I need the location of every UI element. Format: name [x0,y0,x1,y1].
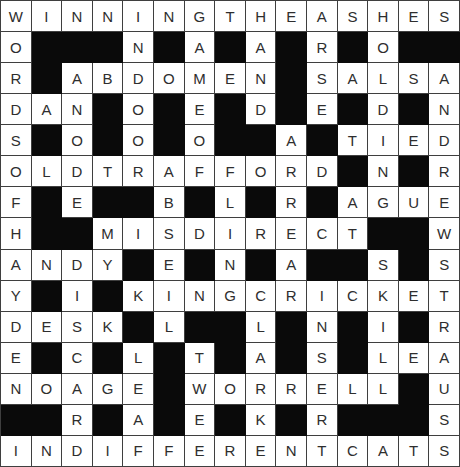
block-cell [338,94,369,125]
block-cell [93,281,124,312]
block-cell [246,187,277,218]
letter-cell[interactable]: A [368,436,399,467]
letter-cell[interactable]: E [429,187,460,218]
letter-cell[interactable]: A [123,405,154,436]
letter-cell[interactable]: D [62,436,93,467]
block-cell [93,187,124,218]
letter-cell[interactable]: N [429,94,460,125]
block-cell [154,374,185,405]
letter-cell[interactable]: D [368,94,399,125]
letter-cell[interactable]: A [62,374,93,405]
letter-cell[interactable]: D [429,125,460,156]
letter-cell[interactable]: F [215,156,246,187]
letter-cell[interactable]: Y [93,250,124,281]
block-cell [123,312,154,343]
letter-cell[interactable]: K [93,312,124,343]
letter-cell[interactable]: U [399,187,430,218]
letter-cell[interactable]: M [185,63,216,94]
letter-cell[interactable]: E [1,343,32,374]
letter-cell[interactable]: T [93,156,124,187]
letter-cell[interactable]: I [154,281,185,312]
letter-cell[interactable]: I [123,1,154,32]
letter-cell[interactable]: D [123,63,154,94]
block-cell [215,94,246,125]
letter-cell[interactable]: T [215,1,246,32]
letter-cell[interactable]: E [399,125,430,156]
letter-cell[interactable]: D [1,312,32,343]
letter-cell[interactable]: A [62,63,93,94]
letter-cell[interactable]: E [399,281,430,312]
letter-cell[interactable]: N [246,63,277,94]
letter-cell[interactable]: O [1,32,32,63]
block-cell [215,312,246,343]
letter-cell[interactable]: I [123,218,154,249]
letter-cell[interactable]: A [307,1,338,32]
letter-cell[interactable]: S [338,1,369,32]
block-cell [246,250,277,281]
letter-cell[interactable]: I [368,125,399,156]
block-cell [399,94,430,125]
letter-cell[interactable]: I [368,312,399,343]
block-cell [32,125,63,156]
letter-cell[interactable]: S [62,312,93,343]
letter-cell[interactable]: I [1,436,32,467]
letter-cell[interactable]: E [32,312,63,343]
letter-cell[interactable]: B [93,63,124,94]
letter-cell[interactable]: E [185,94,216,125]
letter-cell[interactable]: H [246,1,277,32]
letter-cell[interactable]: E [399,343,430,374]
letter-cell[interactable]: A [185,32,216,63]
letter-cell[interactable]: O [368,32,399,63]
block-cell [32,187,63,218]
letter-cell[interactable]: A [429,343,460,374]
block-cell [32,218,63,249]
block-cell [154,343,185,374]
letter-cell[interactable]: S [429,1,460,32]
letter-cell[interactable]: F [123,436,154,467]
letter-cell[interactable]: A [338,187,369,218]
letter-cell[interactable]: G [215,281,246,312]
letter-cell[interactable]: R [1,63,32,94]
letter-cell[interactable]: K [368,281,399,312]
block-cell [399,156,430,187]
letter-cell[interactable]: R [276,374,307,405]
letter-cell[interactable]: N [1,374,32,405]
block-cell [246,125,277,156]
block-cell [62,218,93,249]
block-cell [215,32,246,63]
letter-cell[interactable]: O [1,156,32,187]
letter-cell[interactable]: R [276,156,307,187]
letter-cell[interactable]: N [185,281,216,312]
letter-cell[interactable]: T [307,436,338,467]
letter-cell[interactable]: N [62,94,93,125]
letter-cell[interactable]: D [1,94,32,125]
block-cell [123,187,154,218]
letter-cell[interactable]: R [429,312,460,343]
letter-cell[interactable]: I [62,281,93,312]
letter-cell[interactable]: G [93,374,124,405]
letter-cell[interactable]: O [246,156,277,187]
block-cell [93,32,124,63]
block-cell [32,32,63,63]
letter-cell[interactable]: L [123,343,154,374]
block-cell [93,94,124,125]
letter-cell[interactable]: A [1,250,32,281]
letter-cell[interactable]: S [1,125,32,156]
letter-cell[interactable]: O [62,125,93,156]
letter-cell[interactable]: R [215,436,246,467]
block-cell [215,125,246,156]
letter-cell[interactable]: S [368,250,399,281]
block-cell [62,32,93,63]
block-cell [32,343,63,374]
block-cell [399,374,430,405]
block-cell [399,32,430,63]
block-cell [368,405,399,436]
block-cell [338,343,369,374]
letter-cell[interactable]: C [62,343,93,374]
block-cell [185,187,216,218]
block-cell [1,405,32,436]
letter-cell[interactable]: R [429,156,460,187]
block-cell [307,187,338,218]
letter-cell[interactable]: R [123,156,154,187]
block-cell [399,250,430,281]
letter-cell[interactable]: A [246,32,277,63]
block-cell [93,405,124,436]
letter-cell[interactable]: A [154,156,185,187]
letter-cell[interactable]: N [276,436,307,467]
letter-cell[interactable]: G [368,187,399,218]
letter-cell[interactable]: S [429,250,460,281]
letter-cell[interactable]: A [246,343,277,374]
block-cell [32,405,63,436]
letter-cell[interactable]: L [338,374,369,405]
letter-cell[interactable]: E [215,63,246,94]
block-cell [154,125,185,156]
letter-cell[interactable]: L [32,156,63,187]
letter-cell[interactable]: A [32,94,63,125]
letter-cell[interactable]: R [307,405,338,436]
letter-cell[interactable]: O [154,63,185,94]
block-cell [93,343,124,374]
letter-cell[interactable]: C [338,436,369,467]
block-cell [185,250,216,281]
letter-cell[interactable]: H [1,218,32,249]
letter-cell[interactable]: W [1,1,32,32]
letter-cell[interactable]: N [154,1,185,32]
block-cell [399,312,430,343]
letter-cell[interactable]: D [62,250,93,281]
letter-cell[interactable]: E [123,374,154,405]
letter-cell[interactable]: N [123,32,154,63]
letter-cell[interactable]: L [368,343,399,374]
letter-cell[interactable]: E [246,436,277,467]
letter-cell[interactable]: K [123,281,154,312]
letter-cell[interactable]: T [429,281,460,312]
letter-cell[interactable]: N [215,250,246,281]
letter-cell[interactable]: E [276,1,307,32]
letter-cell[interactable]: O [123,125,154,156]
letter-cell[interactable]: O [123,94,154,125]
letter-cell[interactable]: D [246,94,277,125]
letter-cell[interactable]: S [307,343,338,374]
block-cell [276,94,307,125]
block-cell [338,32,369,63]
block-cell [154,94,185,125]
block-cell [338,312,369,343]
letter-cell[interactable]: O [32,374,63,405]
letter-cell[interactable]: M [93,218,124,249]
block-cell [429,32,460,63]
letter-cell[interactable]: O [215,374,246,405]
letter-cell[interactable]: A [429,63,460,94]
letter-cell[interactable]: W [185,374,216,405]
letter-cell[interactable]: S [307,63,338,94]
block-cell [338,405,369,436]
letter-cell[interactable]: Y [1,281,32,312]
letter-cell[interactable]: F [154,436,185,467]
letter-cell[interactable]: R [246,374,277,405]
block-cell [215,405,246,436]
letter-cell[interactable]: A [276,250,307,281]
letter-cell[interactable]: W [429,218,460,249]
letter-cell[interactable]: N [32,250,63,281]
crossword-grid: WINNINGTHEASHESONAARORABDOMENSALSADANOED… [0,0,460,467]
letter-cell[interactable]: S [154,218,185,249]
letter-cell[interactable]: E [276,218,307,249]
letter-cell[interactable]: C [246,281,277,312]
letter-cell[interactable]: D [307,156,338,187]
letter-cell[interactable]: E [62,187,93,218]
letter-cell[interactable]: I [215,218,246,249]
block-cell [32,63,63,94]
letter-cell[interactable]: E [307,94,338,125]
letter-cell[interactable]: C [307,218,338,249]
letter-cell[interactable]: L [368,63,399,94]
letter-cell[interactable]: I [93,436,124,467]
letter-cell[interactable]: R [276,187,307,218]
letter-cell[interactable]: A [276,125,307,156]
letter-cell[interactable]: L [154,312,185,343]
block-cell [123,250,154,281]
letter-cell[interactable]: E [185,436,216,467]
letter-cell[interactable]: L [368,374,399,405]
letter-cell[interactable]: F [1,187,32,218]
letter-cell[interactable]: B [154,187,185,218]
letter-cell[interactable]: H [368,1,399,32]
letter-cell[interactable]: R [276,281,307,312]
letter-cell[interactable]: F [185,156,216,187]
letter-cell[interactable]: N [32,436,63,467]
block-cell [32,281,63,312]
block-cell [399,218,430,249]
block-cell [154,32,185,63]
letter-cell[interactable]: E [399,1,430,32]
letter-cell[interactable]: R [62,405,93,436]
letter-cell[interactable]: E [185,405,216,436]
letter-cell[interactable]: A [338,63,369,94]
block-cell [399,405,430,436]
block-cell [338,250,369,281]
block-cell [338,156,369,187]
letter-cell[interactable]: O [185,125,216,156]
letter-cell[interactable]: L [215,187,246,218]
letter-cell[interactable]: N [368,156,399,187]
letter-cell[interactable]: G [185,1,216,32]
letter-cell[interactable]: N [62,1,93,32]
block-cell [307,250,338,281]
letter-cell[interactable]: D [185,218,216,249]
block-cell [276,405,307,436]
letter-cell[interactable]: S [429,436,460,467]
letter-cell[interactable]: E [154,250,185,281]
letter-cell[interactable]: C [338,281,369,312]
block-cell [93,125,124,156]
letter-cell[interactable]: D [62,156,93,187]
letter-cell[interactable]: T [338,125,369,156]
block-cell [368,218,399,249]
letter-cell[interactable]: T [185,343,216,374]
letter-cell[interactable]: S [429,405,460,436]
block-cell [154,405,185,436]
block-cell [276,312,307,343]
letter-cell[interactable]: E [307,374,338,405]
letter-cell[interactable]: R [246,218,277,249]
block-cell [276,343,307,374]
letter-cell[interactable]: T [338,218,369,249]
letter-cell[interactable]: L [246,312,277,343]
letter-cell[interactable]: S [399,63,430,94]
letter-cell[interactable]: T [399,436,430,467]
letter-cell[interactable]: U [429,374,460,405]
block-cell [307,125,338,156]
block-cell [215,343,246,374]
letter-cell[interactable]: N [307,312,338,343]
letter-cell[interactable]: I [307,281,338,312]
letter-cell[interactable]: I [32,1,63,32]
letter-cell[interactable]: K [246,405,277,436]
letter-cell[interactable]: N [93,1,124,32]
block-cell [185,312,216,343]
block-cell [276,63,307,94]
letter-cell[interactable]: R [307,32,338,63]
block-cell [276,32,307,63]
